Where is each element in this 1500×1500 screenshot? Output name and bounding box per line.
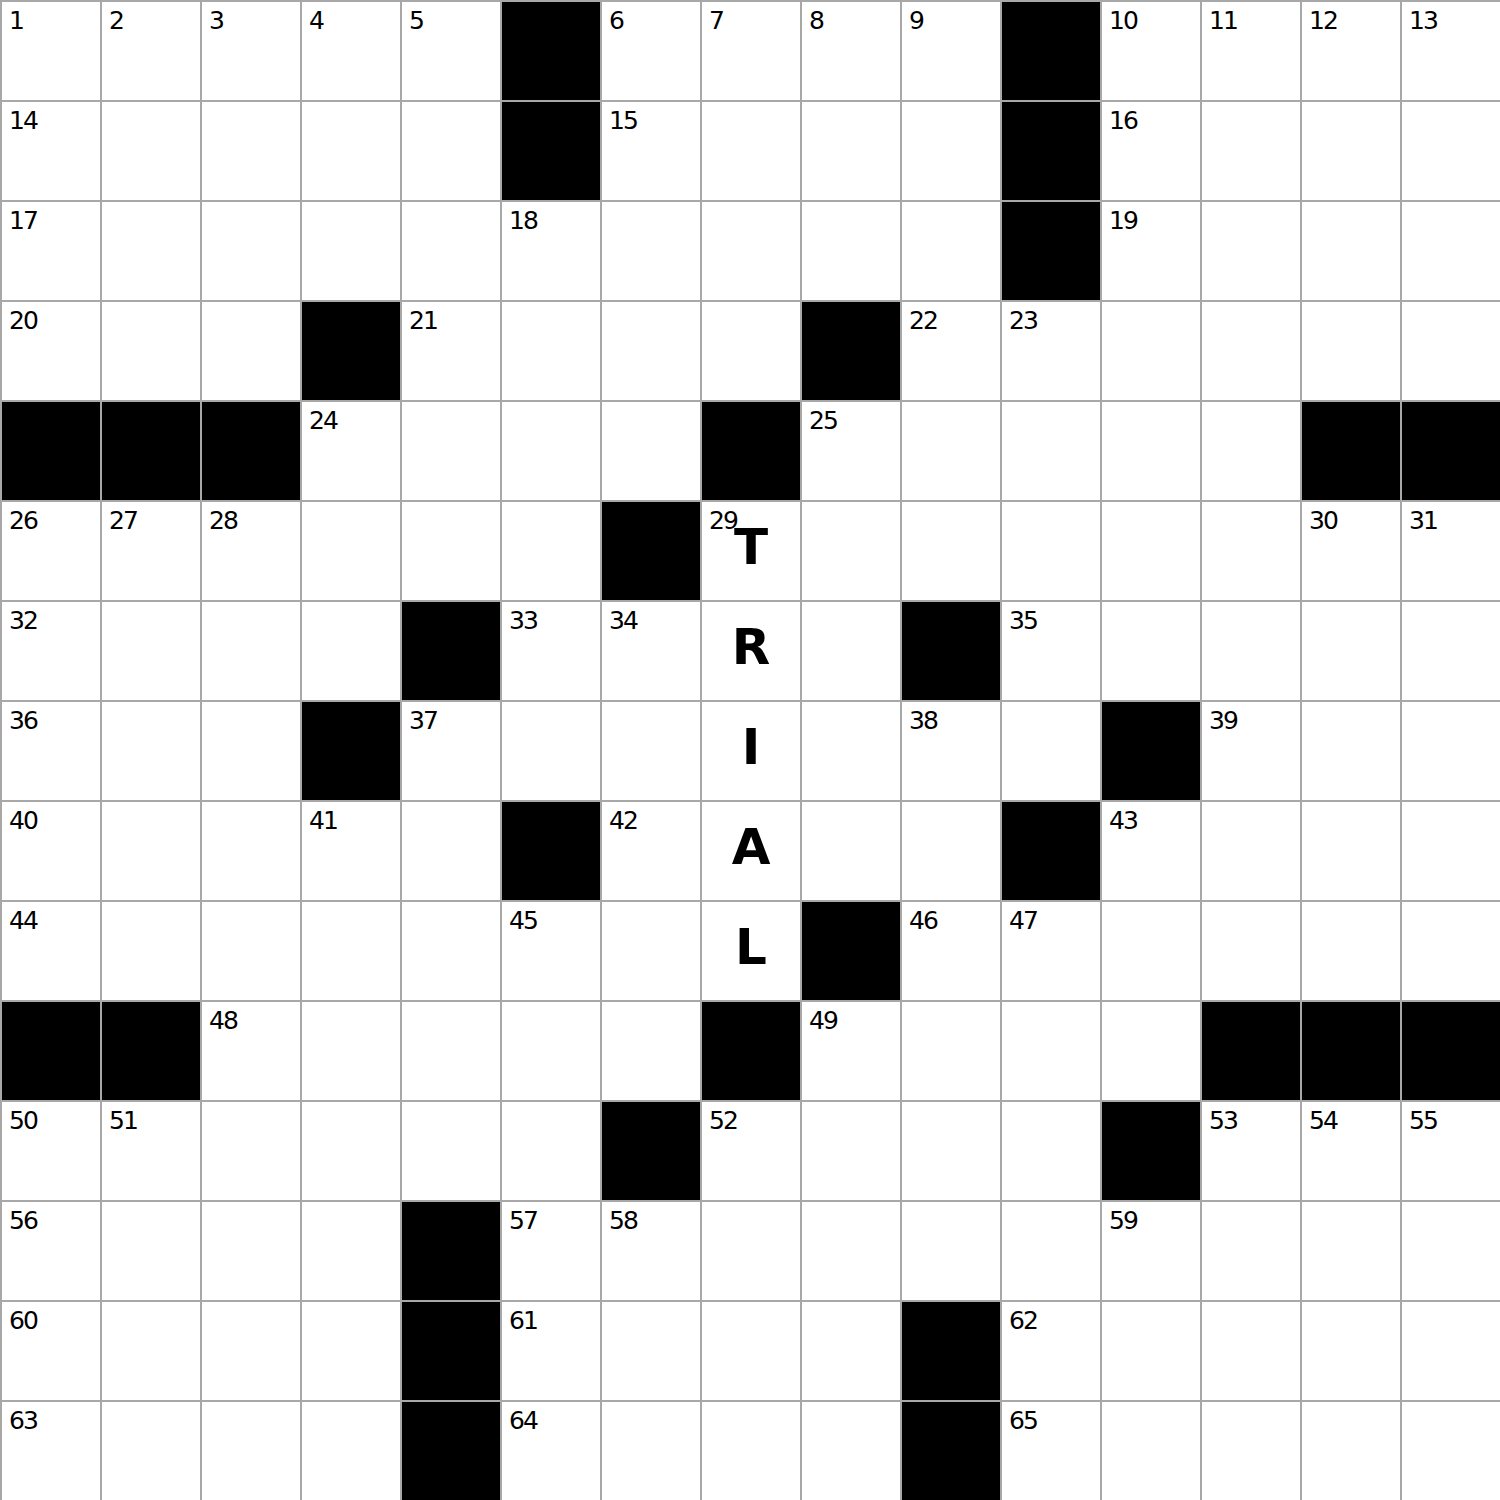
clue-number: 10: [1109, 8, 1137, 33]
clue-number: 48: [209, 1008, 237, 1033]
grid-cell[interactable]: [502, 702, 600, 800]
grid-cell[interactable]: [1202, 1302, 1300, 1400]
grid-cell[interactable]: [302, 202, 400, 300]
grid-cell[interactable]: 6: [602, 2, 700, 100]
grid-cell[interactable]: 54: [1302, 1102, 1400, 1200]
grid-cell[interactable]: 63: [2, 1402, 100, 1500]
grid-cell[interactable]: [502, 502, 600, 600]
cell-letter: R: [702, 598, 800, 696]
clue-number: 25: [809, 408, 837, 433]
black-square: [502, 2, 600, 100]
clue-number: 42: [609, 808, 637, 833]
grid-cell[interactable]: [1302, 902, 1400, 1000]
clue-number: 23: [1009, 308, 1037, 333]
clue-number: 33: [509, 608, 537, 633]
clue-number: 24: [309, 408, 337, 433]
grid-cell[interactable]: [202, 1302, 300, 1400]
grid-cell[interactable]: [602, 702, 700, 800]
clue-number: 27: [109, 508, 137, 533]
grid-cell[interactable]: 25: [802, 402, 900, 500]
grid-cell[interactable]: [802, 502, 900, 600]
clue-number: 46: [909, 908, 937, 933]
grid-cell[interactable]: 52: [702, 1102, 800, 1200]
grid-cell[interactable]: [802, 602, 900, 700]
cell-letter: L: [702, 898, 800, 996]
grid-cell[interactable]: 11: [1202, 2, 1300, 100]
grid-cell[interactable]: [802, 102, 900, 200]
black-square: [2, 1002, 100, 1100]
grid-cell[interactable]: [1302, 702, 1400, 800]
clue-number: 4: [309, 8, 323, 33]
grid-cell[interactable]: L: [702, 902, 800, 1000]
grid-cell[interactable]: [402, 1002, 500, 1100]
grid-cell[interactable]: 61: [502, 1302, 600, 1400]
grid-cell[interactable]: [102, 702, 200, 800]
grid-cell[interactable]: [1202, 902, 1300, 1000]
grid-cell[interactable]: [802, 1402, 900, 1500]
grid-cell[interactable]: [202, 1402, 300, 1500]
clue-number: 57: [509, 1208, 537, 1233]
grid-cell[interactable]: 34: [602, 602, 700, 700]
grid-cell[interactable]: [102, 1402, 200, 1500]
grid-cell[interactable]: 33: [502, 602, 600, 700]
black-square: [302, 302, 400, 400]
grid-cell[interactable]: 56: [2, 1202, 100, 1300]
grid-cell[interactable]: [1102, 1302, 1200, 1400]
grid-cell[interactable]: 18: [502, 202, 600, 300]
grid-cell[interactable]: A: [702, 802, 800, 900]
grid-cell[interactable]: 50: [2, 1102, 100, 1200]
grid-cell[interactable]: 30: [1302, 502, 1400, 600]
clue-number: 34: [609, 608, 637, 633]
grid-cell[interactable]: 7: [702, 2, 800, 100]
black-square: [502, 802, 600, 900]
black-square: [102, 1002, 200, 1100]
grid-cell[interactable]: 43: [1102, 802, 1200, 900]
grid-cell[interactable]: 62: [1002, 1302, 1100, 1400]
grid-cell[interactable]: [802, 802, 900, 900]
grid-cell[interactable]: [102, 202, 200, 300]
clue-number: 41: [309, 808, 337, 833]
grid-cell[interactable]: [602, 402, 700, 500]
grid-cell[interactable]: [702, 1402, 800, 1500]
grid-cell[interactable]: [702, 302, 800, 400]
grid-cell[interactable]: [1102, 502, 1200, 600]
grid-cell[interactable]: 22: [902, 302, 1000, 400]
grid-cell[interactable]: [202, 702, 300, 800]
grid-cell[interactable]: [1202, 1202, 1300, 1300]
grid-cell[interactable]: 47: [1002, 902, 1100, 1000]
grid-cell[interactable]: [1202, 402, 1300, 500]
clue-number: 18: [509, 208, 537, 233]
grid-cell[interactable]: [602, 1002, 700, 1100]
grid-cell[interactable]: 39: [1202, 702, 1300, 800]
black-square: [402, 1402, 500, 1500]
grid-cell[interactable]: [402, 1102, 500, 1200]
black-square: [1002, 102, 1100, 200]
black-square: [902, 1302, 1000, 1400]
grid-cell[interactable]: 10: [1102, 2, 1200, 100]
black-square: [402, 1302, 500, 1400]
clue-number: 3: [209, 8, 223, 33]
grid-cell[interactable]: [202, 302, 300, 400]
grid-cell[interactable]: 31: [1402, 502, 1500, 600]
grid-cell[interactable]: 13: [1402, 2, 1500, 100]
grid-cell[interactable]: [902, 1102, 1000, 1200]
grid-cell[interactable]: [1102, 1002, 1200, 1100]
clue-number: 54: [1309, 1108, 1337, 1133]
clue-number: 17: [9, 208, 37, 233]
grid-cell[interactable]: I: [702, 702, 800, 800]
black-square: [502, 102, 600, 200]
grid-cell[interactable]: 46: [902, 902, 1000, 1000]
black-square: [1002, 802, 1100, 900]
grid-cell[interactable]: [1102, 302, 1200, 400]
clue-number: 5: [409, 8, 423, 33]
grid-cell[interactable]: [702, 1202, 800, 1300]
grid-cell[interactable]: [1402, 902, 1500, 1000]
grid-cell[interactable]: [802, 1202, 900, 1300]
grid-cell[interactable]: [302, 502, 400, 600]
black-square: [1302, 1002, 1400, 1100]
grid-cell[interactable]: [1002, 402, 1100, 500]
grid-cell[interactable]: 24: [302, 402, 400, 500]
grid-cell[interactable]: 16: [1102, 102, 1200, 200]
grid-cell[interactable]: [902, 1002, 1000, 1100]
grid-cell[interactable]: [302, 1102, 400, 1200]
clue-number: 15: [609, 108, 637, 133]
grid-cell[interactable]: [802, 702, 900, 800]
black-square: [802, 302, 900, 400]
grid-cell[interactable]: [202, 1102, 300, 1200]
grid-cell[interactable]: [902, 802, 1000, 900]
clue-number: 43: [1109, 808, 1137, 833]
grid-cell[interactable]: 5: [402, 2, 500, 100]
grid-cell[interactable]: [102, 902, 200, 1000]
grid-cell[interactable]: [1302, 1202, 1400, 1300]
grid-cell[interactable]: [1402, 202, 1500, 300]
grid-cell[interactable]: [1302, 602, 1400, 700]
grid-cell[interactable]: [202, 602, 300, 700]
grid-cell[interactable]: [1202, 802, 1300, 900]
grid-cell[interactable]: [1202, 1402, 1300, 1500]
grid-cell[interactable]: [102, 602, 200, 700]
grid-cell[interactable]: [1002, 502, 1100, 600]
grid-cell[interactable]: [202, 902, 300, 1000]
grid-cell[interactable]: 42: [602, 802, 700, 900]
grid-cell[interactable]: 40: [2, 802, 100, 900]
grid-cell[interactable]: [502, 1002, 600, 1100]
black-square: [1002, 202, 1100, 300]
grid-cell[interactable]: [402, 202, 500, 300]
grid-cell[interactable]: 26: [2, 502, 100, 600]
grid-cell[interactable]: [1402, 602, 1500, 700]
grid-cell[interactable]: [102, 1302, 200, 1400]
black-square: [1202, 1002, 1300, 1100]
crossword-grid: 1234567891011121314151617181920212223242…: [0, 0, 1500, 1500]
black-square: [302, 702, 400, 800]
grid-cell[interactable]: [702, 1302, 800, 1400]
clue-number: 45: [509, 908, 537, 933]
grid-cell[interactable]: [402, 902, 500, 1000]
grid-cell[interactable]: 64: [502, 1402, 600, 1500]
grid-cell[interactable]: [202, 1202, 300, 1300]
clue-number: 2: [109, 8, 123, 33]
grid-cell[interactable]: 8: [802, 2, 900, 100]
clue-number: 65: [1009, 1408, 1037, 1433]
grid-cell[interactable]: 38: [902, 702, 1000, 800]
grid-cell[interactable]: [1402, 1302, 1500, 1400]
grid-cell[interactable]: 41: [302, 802, 400, 900]
black-square: [702, 402, 800, 500]
grid-cell[interactable]: 21: [402, 302, 500, 400]
grid-cell[interactable]: 4: [302, 2, 400, 100]
clue-number: 22: [909, 308, 937, 333]
clue-number: 62: [1009, 1308, 1037, 1333]
clue-number: 36: [9, 708, 37, 733]
clue-number: 9: [909, 8, 923, 33]
grid-cell[interactable]: [502, 1102, 600, 1200]
grid-cell[interactable]: [202, 102, 300, 200]
clue-number: 14: [9, 108, 37, 133]
grid-cell[interactable]: 53: [1202, 1102, 1300, 1200]
grid-cell[interactable]: [1102, 1402, 1200, 1500]
grid-cell[interactable]: [402, 802, 500, 900]
cell-letter: A: [702, 798, 800, 896]
clue-number: 64: [509, 1408, 537, 1433]
grid-cell[interactable]: 35: [1002, 602, 1100, 700]
grid-cell[interactable]: [502, 402, 600, 500]
grid-cell[interactable]: 57: [502, 1202, 600, 1300]
black-square: [102, 402, 200, 500]
grid-cell[interactable]: [302, 1002, 400, 1100]
grid-cell[interactable]: [1402, 102, 1500, 200]
grid-cell[interactable]: [1402, 1202, 1500, 1300]
grid-cell[interactable]: [602, 1402, 700, 1500]
grid-cell[interactable]: 49: [802, 1002, 900, 1100]
grid-cell[interactable]: 12: [1302, 2, 1400, 100]
grid-cell[interactable]: 14: [2, 102, 100, 200]
clue-number: 16: [1109, 108, 1137, 133]
clue-number: 8: [809, 8, 823, 33]
clue-number: 21: [409, 308, 437, 333]
grid-cell[interactable]: [1202, 202, 1300, 300]
clue-number: 47: [1009, 908, 1037, 933]
black-square: [1302, 402, 1400, 500]
clue-number: 56: [9, 1208, 37, 1233]
black-square: [602, 502, 700, 600]
grid-cell[interactable]: [602, 902, 700, 1000]
clue-number: 63: [9, 1408, 37, 1433]
clue-number: 60: [9, 1308, 37, 1333]
clue-number: 38: [909, 708, 937, 733]
grid-cell[interactable]: [402, 102, 500, 200]
grid-cell[interactable]: [802, 1102, 900, 1200]
grid-cell[interactable]: [1002, 1002, 1100, 1100]
grid-cell[interactable]: 65: [1002, 1402, 1100, 1500]
grid-cell[interactable]: [902, 502, 1000, 600]
grid-cell[interactable]: [402, 502, 500, 600]
clue-number: 35: [1009, 608, 1037, 633]
grid-cell[interactable]: 32: [2, 602, 100, 700]
grid-cell[interactable]: [802, 202, 900, 300]
clue-number: 53: [1209, 1108, 1237, 1133]
grid-cell[interactable]: [1202, 302, 1300, 400]
black-square: [902, 1402, 1000, 1500]
clue-number: 59: [1109, 1208, 1137, 1233]
grid-cell[interactable]: [1102, 602, 1200, 700]
clue-number: 11: [1209, 8, 1237, 33]
grid-cell[interactable]: 55: [1402, 1102, 1500, 1200]
grid-cell[interactable]: [702, 202, 800, 300]
grid-cell[interactable]: 60: [2, 1302, 100, 1400]
grid-cell[interactable]: 9: [902, 2, 1000, 100]
clue-number: 7: [709, 8, 723, 33]
grid-cell[interactable]: [1302, 1302, 1400, 1400]
grid-cell[interactable]: [1302, 102, 1400, 200]
grid-cell[interactable]: [302, 602, 400, 700]
grid-cell[interactable]: 15: [602, 102, 700, 200]
grid-cell[interactable]: [102, 1202, 200, 1300]
grid-cell[interactable]: 20: [2, 302, 100, 400]
black-square: [802, 902, 900, 1000]
clue-number: 61: [509, 1308, 537, 1333]
grid-cell[interactable]: [1002, 1102, 1100, 1200]
grid-cell[interactable]: [902, 402, 1000, 500]
clue-number: 50: [9, 1108, 37, 1133]
clue-number: 19: [1109, 208, 1137, 233]
grid-cell[interactable]: 51: [102, 1102, 200, 1200]
black-square: [1402, 1002, 1500, 1100]
grid-cell[interactable]: [902, 1202, 1000, 1300]
clue-number: 31: [1409, 508, 1437, 533]
grid-cell[interactable]: [1402, 702, 1500, 800]
clue-number: 39: [1209, 708, 1237, 733]
black-square: [602, 1102, 700, 1200]
grid-cell[interactable]: 23: [1002, 302, 1100, 400]
clue-number: 52: [709, 1108, 737, 1133]
grid-cell[interactable]: [1302, 1402, 1400, 1500]
clue-number: 55: [1409, 1108, 1437, 1133]
grid-cell[interactable]: [302, 1402, 400, 1500]
grid-cell[interactable]: [1202, 602, 1300, 700]
grid-cell[interactable]: [1302, 302, 1400, 400]
clue-number: 44: [9, 908, 37, 933]
grid-cell[interactable]: [1002, 1202, 1100, 1300]
grid-cell[interactable]: [602, 1302, 700, 1400]
grid-cell[interactable]: 44: [2, 902, 100, 1000]
grid-cell[interactable]: 3: [202, 2, 300, 100]
grid-cell[interactable]: [302, 102, 400, 200]
grid-cell[interactable]: 28: [202, 502, 300, 600]
grid-cell[interactable]: [602, 302, 700, 400]
grid-cell[interactable]: 59: [1102, 1202, 1200, 1300]
clue-number: 1: [9, 8, 23, 33]
grid-cell[interactable]: [202, 202, 300, 300]
grid-cell[interactable]: [402, 402, 500, 500]
grid-cell[interactable]: [202, 802, 300, 900]
grid-cell[interactable]: [1102, 902, 1200, 1000]
grid-cell[interactable]: [602, 202, 700, 300]
clue-number: 20: [9, 308, 37, 333]
grid-cell[interactable]: [302, 902, 400, 1000]
clue-number: 13: [1409, 8, 1437, 33]
black-square: [702, 1002, 800, 1100]
grid-cell[interactable]: [1402, 1402, 1500, 1500]
grid-cell[interactable]: [702, 102, 800, 200]
black-square: [402, 1202, 500, 1300]
cell-letter: I: [702, 698, 800, 796]
grid-cell[interactable]: [1002, 702, 1100, 800]
grid-cell[interactable]: 1: [2, 2, 100, 100]
grid-cell[interactable]: [502, 302, 600, 400]
black-square: [1402, 402, 1500, 500]
clue-number: 49: [809, 1008, 837, 1033]
clue-number: 26: [9, 508, 37, 533]
grid-cell[interactable]: [802, 1302, 900, 1400]
grid-cell[interactable]: [302, 1202, 400, 1300]
black-square: [202, 402, 300, 500]
clue-number: 30: [1309, 508, 1337, 533]
clue-number: 37: [409, 708, 437, 733]
grid-cell[interactable]: 48: [202, 1002, 300, 1100]
grid-cell[interactable]: [1302, 802, 1400, 900]
black-square: [1102, 702, 1200, 800]
grid-cell[interactable]: [302, 1302, 400, 1400]
grid-cell[interactable]: [1402, 802, 1500, 900]
grid-cell[interactable]: R: [702, 602, 800, 700]
clue-number: 12: [1309, 8, 1337, 33]
grid-cell[interactable]: [1402, 302, 1500, 400]
grid-cell[interactable]: [1202, 502, 1300, 600]
black-square: [1002, 2, 1100, 100]
grid-cell[interactable]: [1102, 402, 1200, 500]
clue-number: 40: [9, 808, 37, 833]
grid-cell[interactable]: 19: [1102, 202, 1200, 300]
grid-cell[interactable]: [902, 202, 1000, 300]
black-square: [902, 602, 1000, 700]
grid-cell[interactable]: [102, 102, 200, 200]
clue-number: 58: [609, 1208, 637, 1233]
grid-cell[interactable]: 36: [2, 702, 100, 800]
clue-number: 6: [609, 8, 623, 33]
cell-letter: T: [702, 498, 800, 596]
black-square: [2, 402, 100, 500]
clue-number: 51: [109, 1108, 137, 1133]
grid-cell[interactable]: 2: [102, 2, 200, 100]
grid-cell[interactable]: [102, 802, 200, 900]
grid-cell[interactable]: [102, 302, 200, 400]
grid-cell[interactable]: 45: [502, 902, 600, 1000]
grid-cell[interactable]: [1202, 102, 1300, 200]
black-square: [1102, 1102, 1200, 1200]
clue-number: 32: [9, 608, 37, 633]
grid-cell[interactable]: 37: [402, 702, 500, 800]
grid-cell[interactable]: [1302, 202, 1400, 300]
grid-cell[interactable]: 17: [2, 202, 100, 300]
grid-cell[interactable]: 27: [102, 502, 200, 600]
grid-cell[interactable]: [902, 102, 1000, 200]
black-square: [402, 602, 500, 700]
grid-cell[interactable]: 58: [602, 1202, 700, 1300]
grid-cell[interactable]: 29T: [702, 502, 800, 600]
clue-number: 28: [209, 508, 237, 533]
